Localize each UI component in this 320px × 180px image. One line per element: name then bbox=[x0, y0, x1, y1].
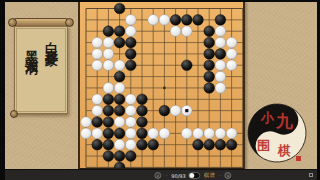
stone-white bbox=[215, 60, 226, 71]
logo-seal bbox=[296, 156, 301, 161]
stone-black bbox=[204, 49, 215, 60]
stone-black bbox=[137, 117, 148, 128]
stone-black bbox=[193, 15, 204, 26]
logo-char-qi: 棋 bbox=[277, 143, 291, 158]
stone-black bbox=[114, 162, 125, 168]
stone-white bbox=[159, 15, 170, 26]
stone-black bbox=[103, 26, 114, 37]
stone-white bbox=[81, 128, 92, 139]
stone-white bbox=[92, 128, 103, 139]
stone-white bbox=[204, 128, 215, 139]
black-player-column: 黑姜东润 bbox=[22, 40, 40, 52]
stone-black bbox=[125, 37, 136, 48]
logo-char-jiu: 九 bbox=[275, 111, 293, 131]
stone-black bbox=[114, 105, 125, 116]
stone-white bbox=[170, 26, 181, 37]
stone-white bbox=[125, 15, 136, 26]
stone-black bbox=[114, 3, 125, 14]
stone-black bbox=[114, 151, 125, 162]
stone-black bbox=[103, 128, 114, 139]
stone-black bbox=[215, 49, 226, 60]
stone-black bbox=[204, 26, 215, 37]
frame-edge-left bbox=[0, 0, 5, 180]
fullscreen-icon[interactable] bbox=[309, 173, 313, 177]
stone-black bbox=[103, 139, 114, 150]
stone-black bbox=[226, 139, 237, 150]
next-move-button[interactable]: › bbox=[225, 172, 232, 179]
stone-black bbox=[103, 105, 114, 116]
black-player-name: 姜东润 bbox=[24, 46, 39, 52]
stone-black bbox=[114, 37, 125, 48]
stone-white bbox=[159, 128, 170, 139]
stone-black bbox=[92, 117, 103, 128]
stone-black bbox=[103, 94, 114, 105]
white-label: 白 bbox=[44, 32, 59, 34]
white-player-name: 辜梓豪 bbox=[44, 38, 59, 44]
logo-char-wei: 围 bbox=[257, 138, 270, 153]
move-counter: 90/93 bbox=[171, 173, 185, 179]
stone-black bbox=[103, 151, 114, 162]
divider-dash-right: — bbox=[218, 173, 222, 178]
stone-white bbox=[103, 49, 114, 60]
stone-black bbox=[137, 94, 148, 105]
stone-white bbox=[125, 105, 136, 116]
stone-white bbox=[215, 128, 226, 139]
stone-black bbox=[92, 139, 103, 150]
stone-white bbox=[181, 128, 192, 139]
stone-white bbox=[226, 49, 237, 60]
stone-black bbox=[159, 105, 170, 116]
stone-white bbox=[226, 128, 237, 139]
stone-white bbox=[92, 60, 103, 71]
stone-black bbox=[125, 60, 136, 71]
stone-black bbox=[114, 26, 125, 37]
stone-black bbox=[148, 139, 159, 150]
stone-white bbox=[103, 60, 114, 71]
stone-white bbox=[92, 49, 103, 60]
logo-char-xiao: 小 bbox=[260, 110, 275, 125]
stone-white bbox=[170, 105, 181, 116]
app-logo: 小 九 围 棋 bbox=[244, 100, 310, 166]
stone-white bbox=[226, 60, 237, 71]
stone-black bbox=[204, 83, 215, 94]
stone-white bbox=[125, 94, 136, 105]
stone-white bbox=[114, 139, 125, 150]
last-move-marker bbox=[185, 109, 188, 112]
stone-black bbox=[204, 37, 215, 48]
stone-black bbox=[137, 128, 148, 139]
stone-white bbox=[181, 26, 192, 37]
divider-dash-left: — bbox=[164, 173, 168, 178]
toggle-knob[interactable] bbox=[190, 173, 195, 178]
stone-black bbox=[215, 139, 226, 150]
scroll-paper: 白辜梓豪 黑姜东润 bbox=[14, 26, 68, 114]
stone-black bbox=[137, 139, 148, 150]
go-board[interactable] bbox=[78, 2, 245, 170]
stone-white bbox=[114, 60, 125, 71]
stone-white bbox=[81, 117, 92, 128]
player-scroll: 白辜梓豪 黑姜东润 bbox=[10, 18, 72, 116]
stone-white bbox=[125, 26, 136, 37]
stone-white bbox=[148, 15, 159, 26]
stone-white bbox=[125, 128, 136, 139]
kifu-toggle-label: 棋谱 bbox=[204, 172, 215, 179]
stone-white bbox=[114, 117, 125, 128]
board-grid[interactable] bbox=[80, 2, 243, 168]
stone-white bbox=[114, 83, 125, 94]
stone-white bbox=[148, 128, 159, 139]
stone-black bbox=[204, 71, 215, 82]
stone-black bbox=[204, 139, 215, 150]
frame-edge-top bbox=[0, 0, 320, 2]
stone-black bbox=[125, 151, 136, 162]
stone-white bbox=[215, 83, 226, 94]
stone-black bbox=[137, 105, 148, 116]
playback-bar: ‹ — 90/93 棋谱 — › bbox=[0, 169, 320, 180]
stone-black bbox=[204, 60, 215, 71]
stone-white bbox=[125, 117, 136, 128]
playback-controls: ‹ — 90/93 棋谱 — › bbox=[154, 170, 231, 180]
stone-black bbox=[114, 128, 125, 139]
star-point bbox=[163, 87, 166, 90]
stone-white bbox=[215, 26, 226, 37]
stone-white bbox=[92, 37, 103, 48]
stone-white bbox=[193, 128, 204, 139]
stone-white bbox=[125, 139, 136, 150]
black-label: 黑 bbox=[24, 40, 39, 42]
stone-black bbox=[181, 60, 192, 71]
stone-white bbox=[92, 94, 103, 105]
go-app-frame: 白辜梓豪 黑姜东润 bbox=[0, 0, 320, 180]
stone-black bbox=[193, 139, 204, 150]
kifu-toggle[interactable] bbox=[189, 172, 201, 179]
stone-white bbox=[215, 71, 226, 82]
stone-black bbox=[103, 117, 114, 128]
stone-white bbox=[226, 37, 237, 48]
stone-white bbox=[103, 37, 114, 48]
white-player-column: 白辜梓豪 bbox=[42, 32, 60, 44]
prev-move-button[interactable]: ‹ bbox=[154, 172, 161, 179]
stone-black bbox=[114, 71, 125, 82]
stone-black bbox=[114, 94, 125, 105]
stone-black bbox=[215, 15, 226, 26]
stone-black bbox=[125, 49, 136, 60]
stone-black bbox=[170, 15, 181, 26]
stone-white bbox=[215, 37, 226, 48]
stone-white bbox=[103, 83, 114, 94]
stone-white bbox=[92, 105, 103, 116]
stone-black bbox=[181, 15, 192, 26]
scroll-knob-bottom-left bbox=[10, 110, 18, 118]
